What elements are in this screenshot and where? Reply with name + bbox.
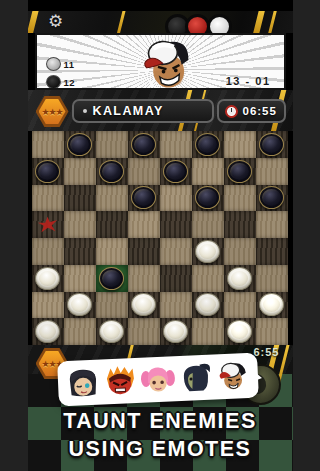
header: ⚙ <box>28 11 293 33</box>
white-count-label: 11 <box>64 59 75 70</box>
square-6-7[interactable] <box>256 292 288 319</box>
player-bar-top: ★★★ KALAMAY 06:55 <box>28 90 293 131</box>
square-0-6[interactable] <box>224 131 256 158</box>
black-piece[interactable] <box>195 133 220 156</box>
square-5-5[interactable] <box>192 265 224 292</box>
square-7-7[interactable] <box>256 318 288 345</box>
square-3-3[interactable] <box>128 211 160 238</box>
square-6-4[interactable] <box>160 292 192 319</box>
score-banner: 11 12 13 - 01 <box>35 33 286 90</box>
caption-line-2: USING EMOTES <box>28 435 293 463</box>
pink-pigtails-icon <box>140 362 175 396</box>
square-5-4[interactable] <box>160 265 192 292</box>
square-2-6[interactable] <box>224 185 256 212</box>
white-piece[interactable] <box>67 293 92 316</box>
white-piece-counter: 11 <box>46 57 75 71</box>
square-0-0[interactable] <box>32 131 64 158</box>
square-5-3[interactable] <box>128 265 160 292</box>
black-piece[interactable] <box>131 133 156 156</box>
rank-stars: ★★★ <box>41 107 62 117</box>
square-1-5[interactable] <box>192 158 224 185</box>
square-3-1[interactable] <box>64 211 96 238</box>
ponytail-shadow-icon <box>177 361 212 395</box>
square-1-0[interactable] <box>32 158 64 185</box>
emote-panel <box>57 353 259 407</box>
white-piece[interactable] <box>227 320 252 343</box>
square-4-6[interactable] <box>224 238 256 265</box>
trucker-cap-icon <box>215 359 250 393</box>
square-6-2[interactable] <box>96 292 128 319</box>
square-4-3[interactable] <box>128 238 160 265</box>
trucker-cap-avatar <box>130 34 202 90</box>
black-piece[interactable] <box>131 186 156 209</box>
player-name: KALAMAY <box>93 104 164 118</box>
clock-icon <box>225 105 238 118</box>
emote-pink-pigtails-button[interactable] <box>140 362 175 396</box>
speech-bubble-tail <box>245 367 272 389</box>
promo-caption: TAUNT ENEMIES USING EMOTES <box>28 407 293 463</box>
square-5-2[interactable] <box>96 265 128 292</box>
square-2-3[interactable] <box>128 185 160 212</box>
white-piece[interactable] <box>131 293 156 316</box>
wink-girl-icon <box>65 366 100 400</box>
white-piece[interactable] <box>195 293 220 316</box>
black-piece[interactable] <box>259 133 284 156</box>
emote-ponytail-shadow-button[interactable] <box>177 361 212 395</box>
white-piece[interactable] <box>195 240 220 263</box>
black-piece[interactable] <box>35 160 60 183</box>
square-7-5[interactable] <box>192 318 224 345</box>
black-piece[interactable] <box>163 160 188 183</box>
white-piece[interactable] <box>227 267 252 290</box>
square-1-3[interactable] <box>128 158 160 185</box>
square-2-7[interactable] <box>256 185 288 212</box>
emote-wink-girl-button[interactable] <box>65 366 100 400</box>
square-3-5[interactable] <box>192 211 224 238</box>
square-1-6[interactable] <box>224 158 256 185</box>
black-piece[interactable] <box>227 160 252 183</box>
player-name-capsule: KALAMAY <box>72 99 214 123</box>
square-4-5[interactable] <box>192 238 224 265</box>
square-0-2[interactable] <box>96 131 128 158</box>
square-1-2[interactable] <box>96 158 128 185</box>
white-piece[interactable] <box>35 320 60 343</box>
square-7-2[interactable] <box>96 318 128 345</box>
black-piece[interactable] <box>99 160 124 183</box>
black-count-label: 12 <box>64 77 76 88</box>
emote-trucker-cap-button[interactable] <box>215 359 250 393</box>
player-timer-capsule: 06:55 <box>217 99 286 123</box>
square-2-5[interactable] <box>192 185 224 212</box>
square-6-0[interactable] <box>32 292 64 319</box>
square-2-4[interactable] <box>160 185 192 212</box>
square-5-7[interactable] <box>256 265 288 292</box>
square-3-7[interactable] <box>256 211 288 238</box>
promo-section: ★★★ 6:55 <box>28 345 293 471</box>
square-7-1[interactable] <box>64 318 96 345</box>
white-piece[interactable] <box>99 320 124 343</box>
square-2-0[interactable] <box>32 185 64 212</box>
rage-face-icon <box>102 364 137 398</box>
square-4-0[interactable] <box>32 238 64 265</box>
square-0-5[interactable] <box>192 131 224 158</box>
caption-line-1: TAUNT ENEMIES <box>28 407 293 435</box>
capture-score: 13 - 01 <box>226 75 271 87</box>
square-3-4[interactable] <box>160 211 192 238</box>
white-piece[interactable] <box>35 267 60 290</box>
gold-streak <box>267 11 277 33</box>
square-0-7[interactable] <box>256 131 288 158</box>
player-timer: 06:55 <box>243 105 277 117</box>
square-4-4[interactable] <box>160 238 192 265</box>
square-3-2[interactable] <box>96 211 128 238</box>
square-7-4[interactable] <box>160 318 192 345</box>
opponent-timer: 6:55 <box>253 346 279 358</box>
square-4-2[interactable] <box>96 238 128 265</box>
square-3-6[interactable] <box>224 211 256 238</box>
red-splat-marker <box>38 217 57 233</box>
player-flag-icon <box>83 109 87 113</box>
black-piece[interactable] <box>195 186 220 209</box>
square-0-3[interactable] <box>128 131 160 158</box>
square-6-3[interactable] <box>128 292 160 319</box>
decor-red-checker <box>185 14 210 33</box>
square-5-6[interactable] <box>224 265 256 292</box>
square-5-0[interactable] <box>32 265 64 292</box>
square-4-1[interactable] <box>64 238 96 265</box>
square-3-0[interactable] <box>32 211 64 238</box>
square-7-6[interactable] <box>224 318 256 345</box>
square-5-1[interactable] <box>64 265 96 292</box>
square-2-2[interactable] <box>96 185 128 212</box>
black-piece[interactable] <box>99 267 124 290</box>
gold-streak <box>252 11 265 33</box>
square-7-0[interactable] <box>32 318 64 345</box>
black-piece[interactable] <box>67 133 92 156</box>
square-0-4[interactable] <box>160 131 192 158</box>
decor-white-checker <box>207 14 232 33</box>
square-0-1[interactable] <box>64 131 96 158</box>
white-checker-icon <box>46 57 61 71</box>
black-checker-icon <box>46 75 61 89</box>
checkers-board <box>32 131 288 345</box>
square-1-1[interactable] <box>64 158 96 185</box>
square-6-1[interactable] <box>64 292 96 319</box>
square-6-6[interactable] <box>224 292 256 319</box>
square-7-3[interactable] <box>128 318 160 345</box>
gold-streak <box>28 11 39 33</box>
app-screen: ⚙ 11 12 13 - 01 <box>28 0 293 471</box>
white-piece[interactable] <box>163 320 188 343</box>
square-2-1[interactable] <box>64 185 96 212</box>
white-piece[interactable] <box>259 293 284 316</box>
square-4-7[interactable] <box>256 238 288 265</box>
square-1-7[interactable] <box>256 158 288 185</box>
emote-rage-face-button[interactable] <box>102 364 137 398</box>
square-1-4[interactable] <box>160 158 192 185</box>
gold-streak <box>116 11 125 33</box>
black-piece[interactable] <box>259 186 284 209</box>
square-6-5[interactable] <box>192 292 224 319</box>
settings-gear-icon[interactable]: ⚙ <box>45 11 67 33</box>
black-piece-counter: 12 <box>46 75 76 89</box>
